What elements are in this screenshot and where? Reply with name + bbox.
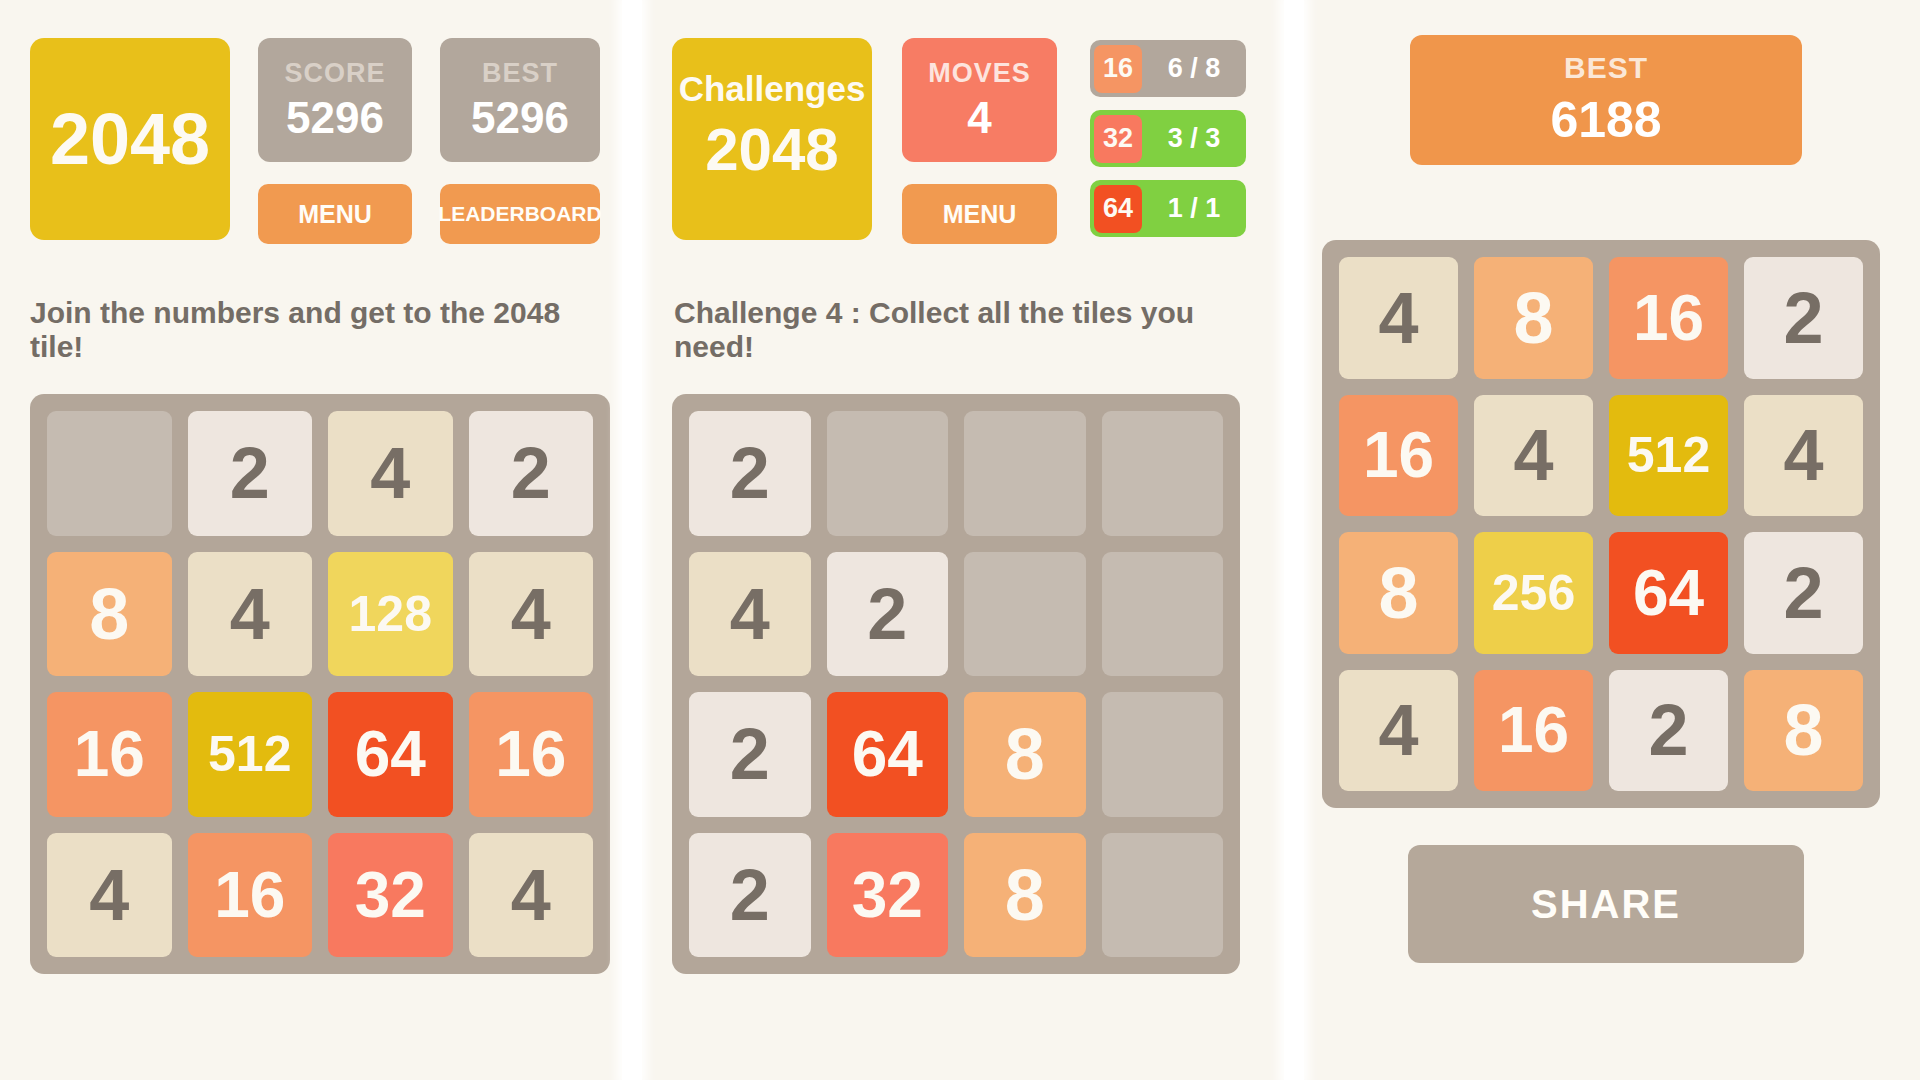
tile-16: 16 bbox=[1339, 395, 1458, 517]
moves-box: MOVES 4 bbox=[902, 38, 1057, 162]
leaderboard-button[interactable]: LEADERBOARD bbox=[440, 184, 600, 244]
tile-8: 8 bbox=[1339, 532, 1458, 654]
badge-tile-16: 16 bbox=[1094, 45, 1142, 93]
panel-divider bbox=[1284, 0, 1304, 1080]
challenges-logo-line2: 2048 bbox=[705, 115, 838, 184]
app-background: 2048 SCORE 5296 BEST 5296 MENU LEADERBOA… bbox=[0, 0, 1920, 1080]
tile-16: 16 bbox=[469, 692, 594, 817]
tile-64: 64 bbox=[1609, 532, 1728, 654]
score-label: SCORE bbox=[284, 58, 385, 89]
best-value: 6188 bbox=[1550, 91, 1661, 149]
tile-2: 2 bbox=[689, 833, 811, 958]
tile-2: 2 bbox=[689, 411, 811, 536]
tile-16: 16 bbox=[1474, 670, 1593, 792]
tile-4: 4 bbox=[47, 833, 172, 958]
challenge-board[interactable]: 24226482328 bbox=[672, 394, 1240, 974]
best-value: 5296 bbox=[471, 93, 569, 143]
tile-512: 512 bbox=[188, 692, 313, 817]
tile-4: 4 bbox=[328, 411, 453, 536]
tile-8: 8 bbox=[1744, 670, 1863, 792]
empty-cell bbox=[47, 411, 172, 536]
share-board: 481621645124825664241628 bbox=[1322, 240, 1880, 808]
tile-2: 2 bbox=[1609, 670, 1728, 792]
tile-2: 2 bbox=[1744, 257, 1863, 379]
badge-progress: 3 / 3 bbox=[1142, 123, 1246, 154]
classic-tagline: Join the numbers and get to the 2048 til… bbox=[30, 296, 610, 364]
badge-progress: 1 / 1 bbox=[1142, 193, 1246, 224]
panel-divider bbox=[622, 0, 642, 1080]
tile-64: 64 bbox=[328, 692, 453, 817]
logo-2048-tile: 2048 bbox=[30, 38, 230, 240]
tile-8: 8 bbox=[47, 552, 172, 677]
empty-cell bbox=[964, 552, 1086, 677]
tile-8: 8 bbox=[964, 833, 1086, 958]
menu-button[interactable]: MENU bbox=[258, 184, 412, 244]
empty-cell bbox=[1102, 411, 1224, 536]
badge-tile-32: 32 bbox=[1094, 115, 1142, 163]
tile-32: 32 bbox=[827, 833, 949, 958]
tile-64: 64 bbox=[827, 692, 949, 817]
tile-128: 128 bbox=[328, 552, 453, 677]
challenge-instruction: Challenge 4 : Collect all the tiles you … bbox=[674, 296, 1254, 364]
moves-label: MOVES bbox=[928, 58, 1031, 89]
best-label: BEST bbox=[1564, 51, 1648, 85]
tile-2: 2 bbox=[827, 552, 949, 677]
tile-4: 4 bbox=[469, 552, 594, 677]
tile-8: 8 bbox=[1474, 257, 1593, 379]
tile-8: 8 bbox=[964, 692, 1086, 817]
tile-2: 2 bbox=[689, 692, 811, 817]
challenge-badge-16: 166 / 8 bbox=[1090, 40, 1246, 97]
empty-cell bbox=[1102, 692, 1224, 817]
challenges-logo-line1: Challenges bbox=[679, 69, 866, 109]
logo-challenges-tile: Challenges 2048 bbox=[672, 38, 872, 240]
tile-512: 512 bbox=[1609, 395, 1728, 517]
tile-4: 4 bbox=[1339, 670, 1458, 792]
tile-4: 4 bbox=[188, 552, 313, 677]
empty-cell bbox=[964, 411, 1086, 536]
tile-4: 4 bbox=[469, 833, 594, 958]
tile-2: 2 bbox=[1744, 532, 1863, 654]
challenge-badge-32: 323 / 3 bbox=[1090, 110, 1246, 167]
moves-value: 4 bbox=[967, 93, 991, 143]
score-value: 5296 bbox=[286, 93, 384, 143]
menu-button-challenges[interactable]: MENU bbox=[902, 184, 1057, 244]
tile-4: 4 bbox=[689, 552, 811, 677]
empty-cell bbox=[1102, 552, 1224, 677]
challenge-badge-64: 641 / 1 bbox=[1090, 180, 1246, 237]
tile-2: 2 bbox=[469, 411, 594, 536]
classic-board[interactable]: 242841284165126416416324 bbox=[30, 394, 610, 974]
tile-4: 4 bbox=[1474, 395, 1593, 517]
tile-4: 4 bbox=[1339, 257, 1458, 379]
tile-16: 16 bbox=[47, 692, 172, 817]
best-score-box: BEST 6188 bbox=[1410, 35, 1802, 165]
tile-2: 2 bbox=[188, 411, 313, 536]
empty-cell bbox=[1102, 833, 1224, 958]
score-box: SCORE 5296 bbox=[258, 38, 412, 162]
empty-cell bbox=[827, 411, 949, 536]
tile-16: 16 bbox=[1609, 257, 1728, 379]
best-box: BEST 5296 bbox=[440, 38, 600, 162]
tile-4: 4 bbox=[1744, 395, 1863, 517]
tile-256: 256 bbox=[1474, 532, 1593, 654]
logo-text: 2048 bbox=[50, 98, 210, 180]
best-label: BEST bbox=[482, 58, 558, 89]
tile-16: 16 bbox=[188, 833, 313, 958]
tile-32: 32 bbox=[328, 833, 453, 958]
share-button[interactable]: SHARE bbox=[1408, 845, 1804, 963]
badge-tile-64: 64 bbox=[1094, 185, 1142, 233]
badge-progress: 6 / 8 bbox=[1142, 53, 1246, 84]
